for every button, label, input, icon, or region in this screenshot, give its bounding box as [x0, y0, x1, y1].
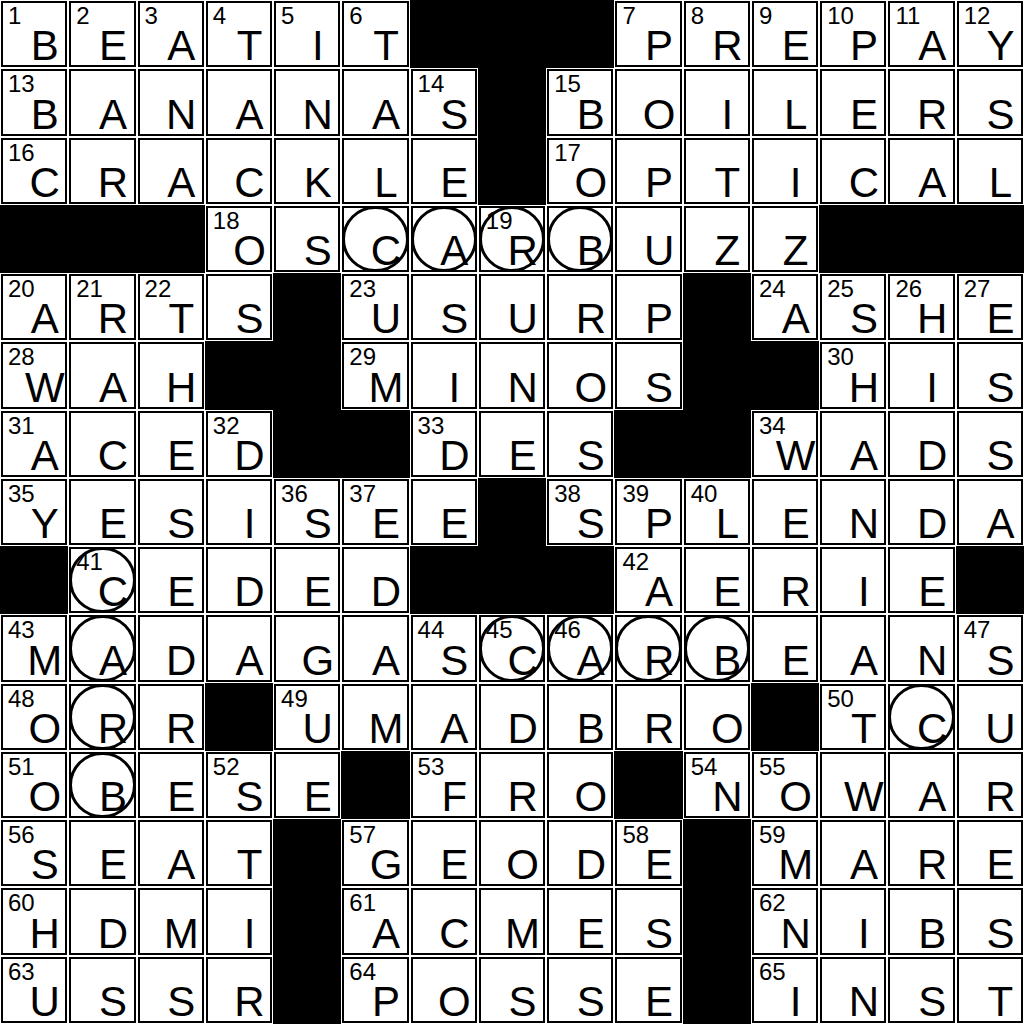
- grid-cell[interactable]: R: [752, 547, 818, 613]
- cell-letter: E: [434, 503, 475, 545]
- cell-letter: R: [570, 298, 611, 340]
- cell-letter: E: [639, 981, 680, 1023]
- cell-letter: C: [92, 435, 133, 477]
- grid-cell[interactable]: A: [69, 342, 135, 408]
- grid-cell[interactable]: 45C: [479, 615, 545, 681]
- grid-cell[interactable]: 41C: [69, 547, 135, 613]
- grid-cell[interactable]: D: [69, 888, 135, 954]
- grid-cell[interactable]: 10P: [820, 1, 886, 67]
- cell-number: 2: [76, 4, 89, 28]
- cell-letter: S: [434, 298, 475, 340]
- cell-letter: A: [639, 571, 680, 613]
- black-cell: [410, 0, 478, 68]
- grid-cell[interactable]: S: [206, 274, 272, 340]
- cell-letter: N: [502, 367, 543, 409]
- cell-letter: N: [161, 94, 202, 136]
- grid-cell[interactable]: 30H: [820, 342, 886, 408]
- black-cell: [546, 546, 614, 614]
- grid-cell[interactable]: S: [888, 957, 954, 1023]
- cell-letter: B: [570, 708, 611, 750]
- grid-cell[interactable]: O: [411, 957, 477, 1023]
- cell-letter: S: [980, 367, 1021, 409]
- cell-letter: W: [775, 435, 816, 477]
- cell-letter: I: [297, 25, 338, 67]
- grid-cell[interactable]: 50T: [820, 684, 886, 750]
- grid-cell[interactable]: 3A: [138, 1, 204, 67]
- cell-letter: D: [502, 708, 543, 750]
- cell-letter: I: [775, 981, 816, 1023]
- cell-letter: T: [707, 162, 748, 204]
- cell-letter: R: [92, 708, 133, 750]
- grid-cell[interactable]: D: [888, 411, 954, 477]
- grid-cell[interactable]: U: [957, 684, 1023, 750]
- grid-cell[interactable]: 59M: [752, 820, 818, 886]
- grid-cell[interactable]: A: [411, 684, 477, 750]
- grid-cell[interactable]: M: [138, 888, 204, 954]
- grid-cell[interactable]: W: [820, 752, 886, 818]
- cell-letter: S: [229, 776, 270, 818]
- grid-cell[interactable]: A: [411, 206, 477, 272]
- cell-letter: T: [229, 25, 270, 67]
- black-cell: [68, 205, 136, 273]
- grid-cell[interactable]: O: [615, 69, 681, 135]
- grid-cell[interactable]: E: [547, 888, 613, 954]
- grid-cell[interactable]: 16C: [1, 138, 67, 204]
- grid-cell[interactable]: 42A: [615, 547, 681, 613]
- grid-cell[interactable]: 38S: [547, 479, 613, 545]
- cell-letter: C: [229, 162, 270, 204]
- grid-cell[interactable]: C: [888, 684, 954, 750]
- grid-cell[interactable]: I: [684, 69, 750, 135]
- grid-cell[interactable]: 17O: [547, 138, 613, 204]
- cell-letter: D: [92, 913, 133, 955]
- grid-cell[interactable]: N: [274, 69, 340, 135]
- cell-letter: D: [365, 571, 406, 613]
- grid-cell[interactable]: 52S: [206, 752, 272, 818]
- grid-cell[interactable]: R: [547, 274, 613, 340]
- grid-cell[interactable]: 56S: [1, 820, 67, 886]
- grid-cell[interactable]: I: [888, 342, 954, 408]
- cell-letter: C: [92, 571, 133, 613]
- cell-letter: E: [980, 844, 1021, 886]
- grid-cell[interactable]: L: [752, 69, 818, 135]
- grid-cell[interactable]: S: [138, 957, 204, 1023]
- grid-cell[interactable]: R: [138, 684, 204, 750]
- grid-cell[interactable]: P: [615, 274, 681, 340]
- grid-cell[interactable]: 7P: [615, 1, 681, 67]
- grid-cell[interactable]: 22T: [138, 274, 204, 340]
- grid-cell[interactable]: 25S: [820, 274, 886, 340]
- grid-cell[interactable]: N: [479, 342, 545, 408]
- grid-cell[interactable]: R: [888, 820, 954, 886]
- grid-cell[interactable]: 15B: [547, 69, 613, 135]
- grid-cell[interactable]: B: [547, 206, 613, 272]
- grid-cell[interactable]: 63U: [1, 957, 67, 1023]
- grid-cell[interactable]: E: [411, 479, 477, 545]
- grid-cell[interactable]: 34W: [752, 411, 818, 477]
- cell-letter: U: [980, 708, 1021, 750]
- cell-letter: U: [365, 298, 406, 340]
- cell-letter: U: [297, 708, 338, 750]
- grid-cell[interactable]: D: [888, 479, 954, 545]
- grid-cell[interactable]: S: [69, 957, 135, 1023]
- grid-cell[interactable]: E: [69, 820, 135, 886]
- cell-letter: E: [570, 913, 611, 955]
- grid-cell[interactable]: O: [684, 684, 750, 750]
- grid-cell[interactable]: 65I: [752, 957, 818, 1023]
- grid-cell[interactable]: C: [206, 138, 272, 204]
- cell-letter: R: [912, 844, 953, 886]
- cell-letter: C: [843, 162, 884, 204]
- grid-cell[interactable]: 20A: [1, 274, 67, 340]
- cell-letter: L: [775, 94, 816, 136]
- grid-cell[interactable]: O: [547, 342, 613, 408]
- black-cell: [683, 410, 751, 478]
- cell-letter: L: [707, 503, 748, 545]
- cell-letter: R: [707, 25, 748, 67]
- grid-cell[interactable]: S: [957, 342, 1023, 408]
- cell-letter: A: [775, 298, 816, 340]
- grid-cell[interactable]: C: [69, 411, 135, 477]
- black-cell: [478, 546, 546, 614]
- cell-letter: A: [912, 776, 953, 818]
- cell-letter: D: [434, 435, 475, 477]
- cell-letter: A: [365, 94, 406, 136]
- grid-cell[interactable]: T: [957, 957, 1023, 1023]
- cell-letter: P: [639, 298, 680, 340]
- black-cell: [273, 956, 341, 1024]
- black-cell: [683, 819, 751, 887]
- grid-cell[interactable]: 55O: [752, 752, 818, 818]
- grid-cell[interactable]: O: [547, 752, 613, 818]
- grid-cell[interactable]: T: [206, 820, 272, 886]
- grid-cell[interactable]: 8R: [684, 1, 750, 67]
- cell-letter: O: [570, 367, 611, 409]
- cell-letter: O: [639, 94, 680, 136]
- cell-letter: E: [775, 25, 816, 67]
- grid-cell[interactable]: 11A: [888, 1, 954, 67]
- cell-letter: B: [24, 25, 65, 67]
- grid-cell[interactable]: 4T: [206, 1, 272, 67]
- grid-cell[interactable]: 44S: [411, 615, 477, 681]
- grid-cell[interactable]: A: [957, 479, 1023, 545]
- grid-cell[interactable]: E: [957, 820, 1023, 886]
- cell-letter: E: [639, 844, 680, 886]
- cell-letter: E: [434, 162, 475, 204]
- cell-letter: E: [707, 571, 748, 613]
- cell-letter: T: [161, 298, 202, 340]
- cell-letter: E: [502, 435, 543, 477]
- grid-cell[interactable]: R: [206, 957, 272, 1023]
- cell-letter: S: [980, 94, 1021, 136]
- grid-cell[interactable]: I: [820, 547, 886, 613]
- grid-cell[interactable]: D: [342, 547, 408, 613]
- grid-cell[interactable]: I: [752, 138, 818, 204]
- grid-cell[interactable]: 28W: [1, 342, 67, 408]
- cell-letter: I: [843, 913, 884, 955]
- black-cell: [751, 683, 819, 751]
- black-cell: [273, 341, 341, 409]
- grid-cell[interactable]: K: [274, 138, 340, 204]
- black-cell: [341, 410, 409, 478]
- crossword-board: 1B2E3A4T5I6T7P8R9E10P11A12Y13BANANA14S15…: [0, 0, 1024, 1024]
- cell-number: 3: [145, 4, 158, 28]
- grid-cell[interactable]: 37E: [342, 479, 408, 545]
- grid-cell[interactable]: S: [274, 206, 340, 272]
- grid-cell[interactable]: E: [69, 479, 135, 545]
- black-cell: [273, 819, 341, 887]
- grid-cell[interactable]: S: [547, 411, 613, 477]
- cell-letter: C: [502, 640, 543, 682]
- grid-cell[interactable]: U: [615, 206, 681, 272]
- cell-letter: H: [161, 367, 202, 409]
- grid-cell[interactable]: A: [69, 615, 135, 681]
- cell-letter: S: [980, 640, 1021, 682]
- grid-cell[interactable]: B: [888, 888, 954, 954]
- grid-cell[interactable]: G: [274, 615, 340, 681]
- cell-letter: S: [639, 913, 680, 955]
- grid-cell[interactable]: 18O: [206, 206, 272, 272]
- grid-cell[interactable]: E: [888, 547, 954, 613]
- black-cell: [273, 273, 341, 341]
- grid-cell[interactable]: 46A: [547, 615, 613, 681]
- black-cell: [956, 546, 1024, 614]
- grid-cell[interactable]: R: [615, 684, 681, 750]
- black-cell: [410, 546, 478, 614]
- grid-cell[interactable]: E: [411, 138, 477, 204]
- cell-letter: A: [229, 640, 270, 682]
- cell-letter: P: [365, 981, 406, 1023]
- cell-letter: O: [434, 981, 475, 1023]
- grid-cell[interactable]: O: [479, 820, 545, 886]
- grid-cell[interactable]: 35Y: [1, 479, 67, 545]
- cell-letter: B: [707, 640, 748, 682]
- grid-cell[interactable]: 2E: [69, 1, 135, 67]
- grid-cell[interactable]: R: [69, 684, 135, 750]
- grid-cell[interactable]: E: [752, 479, 818, 545]
- grid-cell[interactable]: Z: [752, 206, 818, 272]
- grid-cell[interactable]: 39P: [615, 479, 681, 545]
- grid-cell[interactable]: 21R: [69, 274, 135, 340]
- grid-cell[interactable]: E: [615, 957, 681, 1023]
- grid-cell[interactable]: 29M: [342, 342, 408, 408]
- cell-letter: Z: [775, 230, 816, 272]
- cell-letter: S: [502, 981, 543, 1023]
- black-cell: [546, 0, 614, 68]
- grid-cell[interactable]: E: [820, 69, 886, 135]
- cell-letter: E: [365, 503, 406, 545]
- grid-cell[interactable]: E: [752, 615, 818, 681]
- grid-cell[interactable]: 49U: [274, 684, 340, 750]
- cell-letter: R: [639, 640, 680, 682]
- grid-cell[interactable]: D: [206, 547, 272, 613]
- grid-cell[interactable]: I: [411, 342, 477, 408]
- cell-letter: N: [843, 981, 884, 1023]
- cell-letter: M: [365, 367, 406, 409]
- cell-letter: D: [229, 571, 270, 613]
- grid-cell[interactable]: S: [615, 888, 681, 954]
- grid-cell[interactable]: S: [615, 342, 681, 408]
- grid-cell[interactable]: E: [479, 411, 545, 477]
- grid-cell[interactable]: D: [479, 684, 545, 750]
- cell-letter: G: [297, 640, 338, 682]
- cell-letter: E: [775, 503, 816, 545]
- grid-cell[interactable]: U: [479, 274, 545, 340]
- cell-letter: A: [843, 844, 884, 886]
- grid-cell[interactable]: E: [138, 411, 204, 477]
- grid-cell[interactable]: 53F: [411, 752, 477, 818]
- grid-cell[interactable]: 57G: [342, 820, 408, 886]
- grid-cell[interactable]: D: [547, 820, 613, 886]
- grid-cell[interactable]: 64P: [342, 957, 408, 1023]
- grid-cell[interactable]: I: [206, 888, 272, 954]
- grid-cell[interactable]: N: [888, 615, 954, 681]
- grid-cell[interactable]: C: [411, 888, 477, 954]
- grid-cell[interactable]: E: [274, 752, 340, 818]
- grid-cell[interactable]: B: [69, 752, 135, 818]
- black-cell: [478, 137, 546, 205]
- grid-cell[interactable]: A: [888, 138, 954, 204]
- grid-cell[interactable]: D: [138, 615, 204, 681]
- grid-cell[interactable]: T: [684, 138, 750, 204]
- grid-cell[interactable]: M: [479, 888, 545, 954]
- grid-cell[interactable]: 61A: [342, 888, 408, 954]
- grid-cell[interactable]: Z: [684, 206, 750, 272]
- grid-cell[interactable]: 32D: [206, 411, 272, 477]
- grid-cell[interactable]: A: [820, 615, 886, 681]
- cell-letter: R: [502, 776, 543, 818]
- cell-letter: N: [297, 94, 338, 136]
- grid-cell[interactable]: 58E: [615, 820, 681, 886]
- grid-cell[interactable]: A: [138, 138, 204, 204]
- cell-letter: L: [365, 162, 406, 204]
- grid-cell[interactable]: 24A: [752, 274, 818, 340]
- grid-cell[interactable]: I: [820, 888, 886, 954]
- grid-cell[interactable]: S: [411, 274, 477, 340]
- cell-letter: K: [297, 162, 338, 204]
- cell-letter: E: [161, 571, 202, 613]
- grid-cell[interactable]: 19R: [479, 206, 545, 272]
- grid-cell[interactable]: M: [342, 684, 408, 750]
- grid-cell[interactable]: P: [615, 138, 681, 204]
- grid-cell[interactable]: 26H: [888, 274, 954, 340]
- grid-cell[interactable]: 40L: [684, 479, 750, 545]
- grid-cell[interactable]: A: [342, 615, 408, 681]
- black-cell: [205, 683, 273, 751]
- grid-cell[interactable]: S: [547, 957, 613, 1023]
- grid-cell[interactable]: A: [888, 752, 954, 818]
- grid-cell[interactable]: L: [957, 138, 1023, 204]
- cell-letter: I: [229, 913, 270, 955]
- grid-cell[interactable]: A: [342, 69, 408, 135]
- cell-number: 9: [759, 4, 772, 28]
- grid-cell[interactable]: A: [820, 411, 886, 477]
- grid-cell[interactable]: S: [138, 479, 204, 545]
- grid-cell[interactable]: S: [957, 411, 1023, 477]
- black-cell: [751, 341, 819, 409]
- grid-cell[interactable]: A: [138, 820, 204, 886]
- cell-letter: E: [92, 503, 133, 545]
- grid-cell[interactable]: 9E: [752, 1, 818, 67]
- grid-cell[interactable]: A: [206, 615, 272, 681]
- grid-cell[interactable]: S: [957, 69, 1023, 135]
- grid-cell[interactable]: E: [138, 547, 204, 613]
- grid-cell[interactable]: 27E: [957, 274, 1023, 340]
- grid-cell[interactable]: R: [957, 752, 1023, 818]
- grid-cell[interactable]: R: [479, 752, 545, 818]
- grid-cell[interactable]: R: [615, 615, 681, 681]
- grid-cell[interactable]: L: [342, 138, 408, 204]
- grid-cell[interactable]: 60H: [1, 888, 67, 954]
- grid-cell[interactable]: C: [820, 138, 886, 204]
- cell-letter: S: [24, 844, 65, 886]
- grid-cell[interactable]: H: [138, 342, 204, 408]
- cell-letter: E: [843, 94, 884, 136]
- grid-cell[interactable]: R: [69, 138, 135, 204]
- cell-letter: A: [912, 162, 953, 204]
- cell-letter: L: [980, 162, 1021, 204]
- grid-cell[interactable]: E: [684, 547, 750, 613]
- black-cell: [0, 546, 68, 614]
- grid-cell[interactable]: N: [820, 479, 886, 545]
- cell-letter: I: [912, 367, 953, 409]
- black-cell: [137, 205, 205, 273]
- cell-letter: O: [24, 776, 65, 818]
- cell-letter: I: [434, 367, 475, 409]
- grid-cell[interactable]: 1B: [1, 1, 67, 67]
- grid-cell[interactable]: A: [820, 820, 886, 886]
- grid-cell[interactable]: S: [479, 957, 545, 1023]
- grid-cell[interactable]: B: [547, 684, 613, 750]
- grid-cell[interactable]: E: [274, 547, 340, 613]
- grid-cell[interactable]: E: [138, 752, 204, 818]
- grid-cell[interactable]: 54N: [684, 752, 750, 818]
- grid-cell[interactable]: 43M: [1, 615, 67, 681]
- grid-cell[interactable]: 51O: [1, 752, 67, 818]
- cell-letter: D: [912, 435, 953, 477]
- grid-cell[interactable]: E: [411, 820, 477, 886]
- cell-letter: A: [570, 640, 611, 682]
- black-cell: [956, 205, 1024, 273]
- grid-cell[interactable]: 6T: [342, 1, 408, 67]
- grid-cell[interactable]: 5I: [274, 1, 340, 67]
- grid-cell[interactable]: B: [684, 615, 750, 681]
- grid-cell[interactable]: I: [206, 479, 272, 545]
- grid-cell[interactable]: 47S: [957, 615, 1023, 681]
- cell-letter: A: [92, 367, 133, 409]
- cell-letter: M: [161, 913, 202, 955]
- grid-cell[interactable]: N: [138, 69, 204, 135]
- grid-cell[interactable]: 12Y: [957, 1, 1023, 67]
- grid-cell[interactable]: A: [69, 69, 135, 135]
- grid-cell[interactable]: 23U: [342, 274, 408, 340]
- cell-letter: O: [229, 230, 270, 272]
- grid-cell[interactable]: 48O: [1, 684, 67, 750]
- grid-cell[interactable]: 62N: [752, 888, 818, 954]
- cell-letter: U: [502, 298, 543, 340]
- grid-cell[interactable]: 13B: [1, 69, 67, 135]
- grid-cell[interactable]: 36S: [274, 479, 340, 545]
- grid-cell[interactable]: A: [206, 69, 272, 135]
- grid-cell[interactable]: 14S: [411, 69, 477, 135]
- grid-cell[interactable]: 31A: [1, 411, 67, 477]
- grid-cell[interactable]: S: [957, 888, 1023, 954]
- cell-letter: R: [912, 94, 953, 136]
- grid-cell[interactable]: 33D: [411, 411, 477, 477]
- grid-cell[interactable]: R: [888, 69, 954, 135]
- grid-cell[interactable]: C: [342, 206, 408, 272]
- grid-cell[interactable]: N: [820, 957, 886, 1023]
